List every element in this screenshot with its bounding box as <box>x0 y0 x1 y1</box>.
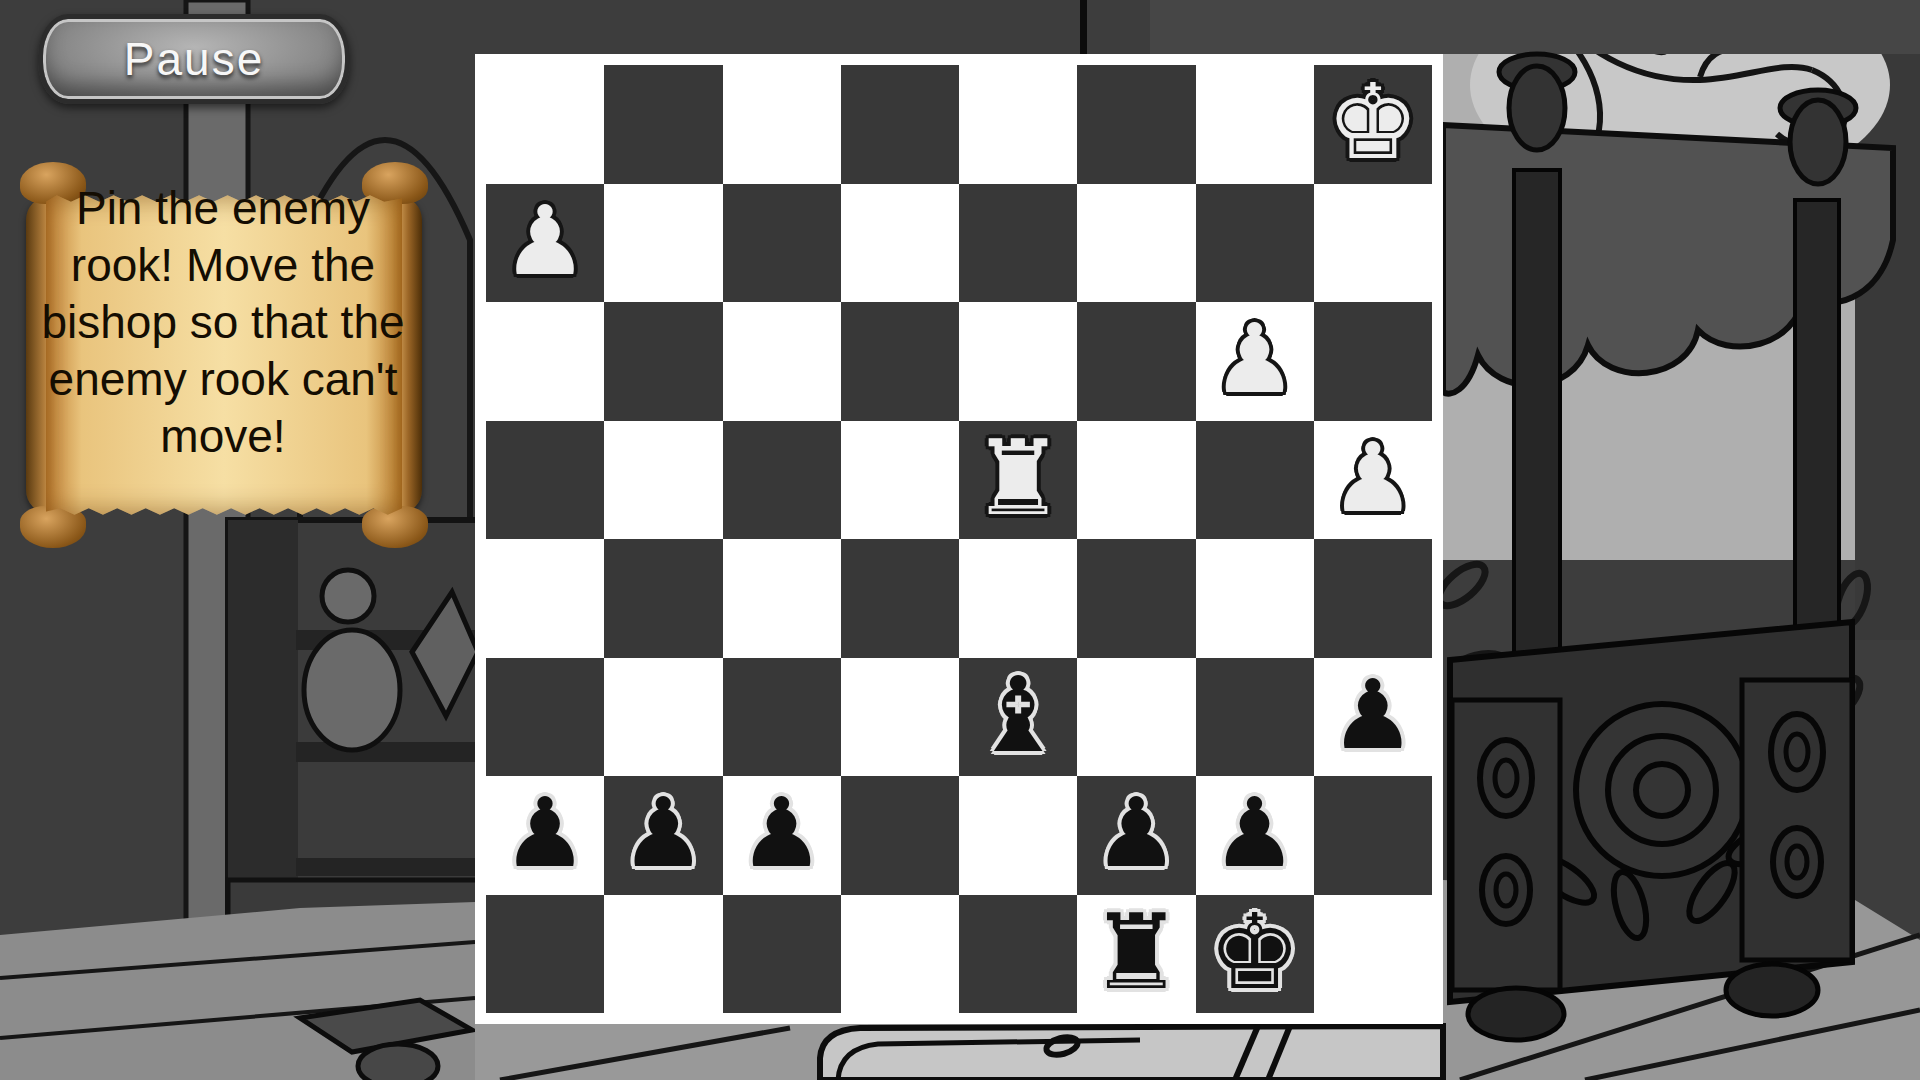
square-g3[interactable] <box>1196 658 1314 777</box>
square-d5[interactable] <box>841 421 959 540</box>
square-b2[interactable]: ♟ <box>604 776 722 895</box>
square-e1[interactable] <box>959 895 1077 1014</box>
bench <box>820 1026 1443 1080</box>
square-b8[interactable] <box>604 65 722 184</box>
square-a2[interactable]: ♟ <box>486 776 604 895</box>
square-h4[interactable] <box>1314 539 1432 658</box>
square-a7[interactable]: ♟ <box>486 184 604 303</box>
square-a3[interactable] <box>486 658 604 777</box>
square-d7[interactable] <box>841 184 959 303</box>
square-c7[interactable] <box>723 184 841 303</box>
square-f7[interactable] <box>1077 184 1195 303</box>
objective-text: Pin the enemy rook! Move the bishop so t… <box>28 180 418 465</box>
square-g5[interactable] <box>1196 421 1314 540</box>
square-d8[interactable] <box>841 65 959 184</box>
square-f6[interactable] <box>1077 302 1195 421</box>
objective-scroll: Pin the enemy rook! Move the bishop so t… <box>12 166 434 546</box>
square-h5[interactable]: ♟ <box>1314 421 1432 540</box>
square-d2[interactable] <box>841 776 959 895</box>
square-e5[interactable]: ♜ <box>959 421 1077 540</box>
square-f1[interactable]: ♜ <box>1077 895 1195 1014</box>
white-rook[interactable]: ♜ <box>972 426 1065 530</box>
black-rook[interactable]: ♜ <box>1090 900 1183 1004</box>
square-e2[interactable] <box>959 776 1077 895</box>
square-g2[interactable]: ♟ <box>1196 776 1314 895</box>
white-pawn[interactable]: ♟ <box>502 193 588 289</box>
square-h2[interactable] <box>1314 776 1432 895</box>
square-h1[interactable] <box>1314 895 1432 1014</box>
square-b3[interactable] <box>604 658 722 777</box>
square-b5[interactable] <box>604 421 722 540</box>
square-f3[interactable] <box>1077 658 1195 777</box>
white-pawn[interactable]: ♟ <box>1212 311 1298 407</box>
square-h7[interactable] <box>1314 184 1432 303</box>
game-screen: ♚♟♟♜♟♝♟♟♟♟♟♟♜♚ Pause Pin the enemy rook!… <box>0 0 1920 1080</box>
square-e8[interactable] <box>959 65 1077 184</box>
square-a4[interactable] <box>486 539 604 658</box>
black-pawn[interactable]: ♟ <box>739 785 825 881</box>
board-grid: ♚♟♟♜♟♝♟♟♟♟♟♟♜♚ <box>486 65 1432 1013</box>
square-f5[interactable] <box>1077 421 1195 540</box>
square-a8[interactable] <box>486 65 604 184</box>
black-pawn[interactable]: ♟ <box>1330 667 1416 763</box>
pause-button[interactable]: Pause <box>38 14 350 104</box>
white-king[interactable]: ♚ <box>1326 70 1419 174</box>
pause-button-label: Pause <box>124 32 264 86</box>
square-c1[interactable] <box>723 895 841 1014</box>
square-d4[interactable] <box>841 539 959 658</box>
square-e4[interactable] <box>959 539 1077 658</box>
white-pawn[interactable]: ♟ <box>1330 430 1416 526</box>
square-g8[interactable] <box>1196 65 1314 184</box>
square-b1[interactable] <box>604 895 722 1014</box>
square-h3[interactable]: ♟ <box>1314 658 1432 777</box>
square-g1[interactable]: ♚ <box>1196 895 1314 1014</box>
square-g7[interactable] <box>1196 184 1314 303</box>
black-pawn[interactable]: ♟ <box>502 785 588 881</box>
black-pawn[interactable]: ♟ <box>620 785 706 881</box>
square-d3[interactable] <box>841 658 959 777</box>
square-g6[interactable]: ♟ <box>1196 302 1314 421</box>
square-e6[interactable] <box>959 302 1077 421</box>
square-f4[interactable] <box>1077 539 1195 658</box>
square-b7[interactable] <box>604 184 722 303</box>
square-h8[interactable]: ♚ <box>1314 65 1432 184</box>
square-d1[interactable] <box>841 895 959 1014</box>
square-g4[interactable] <box>1196 539 1314 658</box>
black-bishop[interactable]: ♝ <box>972 663 1065 767</box>
square-a6[interactable] <box>486 302 604 421</box>
square-c4[interactable] <box>723 539 841 658</box>
black-pawn[interactable]: ♟ <box>1212 785 1298 881</box>
square-e3[interactable]: ♝ <box>959 658 1077 777</box>
square-a1[interactable] <box>486 895 604 1014</box>
square-e7[interactable] <box>959 184 1077 303</box>
square-c3[interactable] <box>723 658 841 777</box>
black-pawn[interactable]: ♟ <box>1093 785 1179 881</box>
bed-footboard <box>1450 622 1852 1040</box>
square-c5[interactable] <box>723 421 841 540</box>
square-d6[interactable] <box>841 302 959 421</box>
square-b4[interactable] <box>604 539 722 658</box>
square-b6[interactable] <box>604 302 722 421</box>
square-c6[interactable] <box>723 302 841 421</box>
black-king[interactable]: ♚ <box>1208 900 1301 1004</box>
square-a5[interactable] <box>486 421 604 540</box>
square-h6[interactable] <box>1314 302 1432 421</box>
square-c2[interactable]: ♟ <box>723 776 841 895</box>
square-f8[interactable] <box>1077 65 1195 184</box>
square-f2[interactable]: ♟ <box>1077 776 1195 895</box>
square-c8[interactable] <box>723 65 841 184</box>
chess-board: ♚♟♟♜♟♝♟♟♟♟♟♟♜♚ <box>475 54 1443 1024</box>
